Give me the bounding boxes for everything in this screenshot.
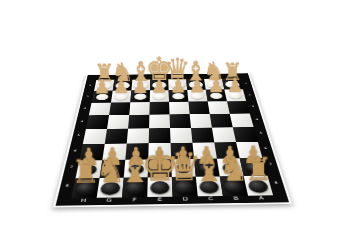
white-pawn-icon: ♟ xyxy=(93,77,110,97)
square-h4 xyxy=(86,115,109,129)
white-pawn-icon: ♟ xyxy=(151,76,168,96)
white-pawn-icon: ♟ xyxy=(132,76,149,96)
square-g2: ♟ xyxy=(111,90,131,102)
square-a4 xyxy=(230,113,254,127)
square-e3 xyxy=(149,101,169,114)
square-c4 xyxy=(190,113,212,127)
square-a5 xyxy=(233,127,258,142)
chess-board: ♜♞♝♚♛♝♞♜♟♟♟♟♟♟♟♟♟♟♟♟♟♟♟♟♜♞♝♚♛♝♞♜ xyxy=(71,78,273,198)
square-c3 xyxy=(188,101,209,114)
piece-white-pawn: ♟ xyxy=(130,90,150,102)
giant-chess-product-photo: HGFEDCBA 12345678 12345678 HGFEDCBA ♜♞♝♚… xyxy=(0,0,340,226)
square-g4 xyxy=(107,114,129,128)
white-pawn-icon: ♟ xyxy=(189,76,206,96)
black-rook-icon: ♜ xyxy=(244,153,272,186)
square-d4 xyxy=(170,114,191,128)
square-b2: ♟ xyxy=(206,89,227,101)
square-h5 xyxy=(83,128,107,143)
white-pawn-icon: ♟ xyxy=(112,77,129,97)
piece-white-pawn: ♟ xyxy=(206,89,227,101)
board-perspective-wrapper: HGFEDCBA 12345678 12345678 HGFEDCBA ♜♞♝♚… xyxy=(35,72,309,207)
square-e4 xyxy=(149,114,170,128)
square-f3 xyxy=(129,102,149,115)
piece-white-pawn: ♟ xyxy=(169,89,189,101)
chess-mat: HGFEDCBA 12345678 12345678 HGFEDCBA ♜♞♝♚… xyxy=(53,72,292,207)
square-f4 xyxy=(128,114,149,128)
square-e2: ♟ xyxy=(150,90,169,102)
white-pawn-icon: ♟ xyxy=(227,75,244,95)
square-a2: ♟ xyxy=(224,89,246,101)
square-c2: ♟ xyxy=(187,89,207,101)
square-h3 xyxy=(89,102,111,115)
piece-white-pawn: ♟ xyxy=(111,90,131,102)
square-g5 xyxy=(105,128,128,143)
white-pawn-icon: ♟ xyxy=(208,76,225,96)
white-pawn-icon: ♟ xyxy=(170,76,187,96)
square-g3 xyxy=(109,102,130,115)
square-a8: ♜ xyxy=(244,175,273,195)
square-h2: ♟ xyxy=(92,90,113,102)
square-c5 xyxy=(191,127,214,142)
piece-white-pawn: ♟ xyxy=(92,90,113,102)
square-d3 xyxy=(169,101,190,114)
piece-white-pawn: ♟ xyxy=(187,89,207,101)
square-a3 xyxy=(227,100,250,113)
piece-black-rook: ♜ xyxy=(244,175,273,195)
piece-white-pawn: ♟ xyxy=(150,90,169,102)
square-f2: ♟ xyxy=(130,90,150,102)
square-d2: ♟ xyxy=(169,89,189,101)
piece-white-pawn: ♟ xyxy=(224,89,246,101)
